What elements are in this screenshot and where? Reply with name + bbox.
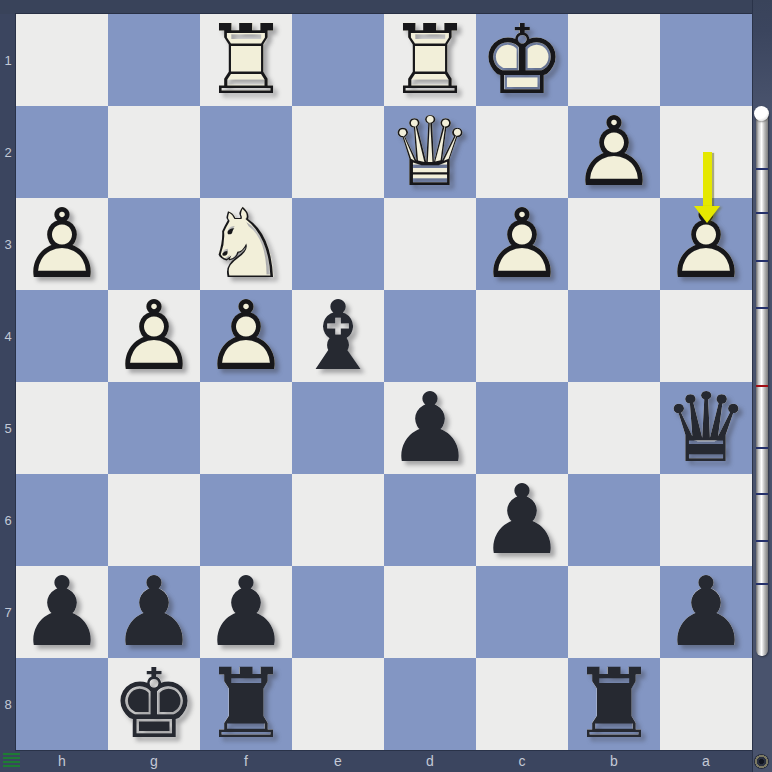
square-d1[interactable]: ♜♖ [384,14,476,106]
square-d3[interactable] [384,198,476,290]
square-e3[interactable] [292,198,384,290]
piece-white-queen[interactable]: ♛♕ [384,106,476,198]
piece-white-pawn[interactable]: ♟♙ [200,290,292,382]
square-a6[interactable] [660,474,752,566]
square-c5[interactable] [476,382,568,474]
white-piece-outline: ♕ [384,106,476,198]
black-piece-body: ♜ [200,658,292,750]
file-label-h: h [16,750,108,772]
file-label-e: e [292,750,384,772]
square-b4[interactable] [568,290,660,382]
rank-label-4: 4 [0,290,16,382]
square-e5[interactable] [292,382,384,474]
square-b8[interactable]: ♖♜ [568,658,660,750]
last-move-arrow-head [694,206,720,223]
square-f8[interactable]: ♖♜ [200,658,292,750]
square-c2[interactable] [476,106,568,198]
rank-label-5: 5 [0,382,16,474]
piece-white-pawn[interactable]: ♟♙ [16,198,108,290]
square-f4[interactable]: ♟♙ [200,290,292,382]
black-piece-body: ♚ [108,658,200,750]
square-d5[interactable]: ♙♟ [384,382,476,474]
piece-black-pawn[interactable]: ♙♟ [200,566,292,658]
square-a1[interactable] [660,14,752,106]
square-b7[interactable] [568,566,660,658]
piece-black-pawn[interactable]: ♙♟ [16,566,108,658]
square-g4[interactable]: ♟♙ [108,290,200,382]
file-label-f: f [200,750,292,772]
white-piece-outline: ♙ [108,290,200,382]
record-dot-icon[interactable] [754,754,769,769]
square-g8[interactable]: ♔♚ [108,658,200,750]
file-label-d: d [384,750,476,772]
rank-label-2: 2 [0,106,16,198]
menu-icon[interactable] [3,753,20,767]
chess-gui-window: ♜♖♜♖♚♔♛♕♟♙♟♙♞♘♟♙♟♙♟♙♟♙♗♝♙♟♕♛♙♟♙♟♙♟♙♟♙♟♔♚… [0,0,772,772]
white-piece-outline: ♙ [476,198,568,290]
square-g6[interactable] [108,474,200,566]
square-f1[interactable]: ♜♖ [200,14,292,106]
piece-black-king[interactable]: ♔♚ [108,658,200,750]
piece-white-pawn[interactable]: ♟♙ [476,198,568,290]
square-e7[interactable] [292,566,384,658]
white-piece-outline: ♖ [384,14,476,106]
piece-white-rook[interactable]: ♜♖ [200,14,292,106]
square-h2[interactable] [16,106,108,198]
eval-tick [756,307,768,309]
square-d2[interactable]: ♛♕ [384,106,476,198]
piece-black-pawn[interactable]: ♙♟ [384,382,476,474]
rank-label-1: 1 [0,14,16,106]
piece-black-pawn[interactable]: ♙♟ [476,474,568,566]
rank-coordinates: 12345678 [0,14,16,750]
rank-label-8: 8 [0,658,16,750]
square-g5[interactable] [108,382,200,474]
eval-tick [756,168,768,170]
piece-white-king[interactable]: ♚♔ [476,14,568,106]
square-h4[interactable] [16,290,108,382]
black-piece-body: ♛ [660,382,752,474]
square-g7[interactable]: ♙♟ [108,566,200,658]
square-c1[interactable]: ♚♔ [476,14,568,106]
square-h8[interactable] [16,658,108,750]
square-g3[interactable] [108,198,200,290]
white-piece-outline: ♙ [16,198,108,290]
piece-white-rook[interactable]: ♜♖ [384,14,476,106]
piece-black-pawn[interactable]: ♙♟ [660,566,752,658]
piece-white-pawn[interactable]: ♟♙ [568,106,660,198]
chess-board[interactable]: ♜♖♜♖♚♔♛♕♟♙♟♙♞♘♟♙♟♙♟♙♟♙♗♝♙♟♕♛♙♟♙♟♙♟♙♟♙♟♔♚… [16,14,752,750]
square-h1[interactable] [16,14,108,106]
square-h6[interactable] [16,474,108,566]
piece-white-knight[interactable]: ♞♘ [200,198,292,290]
white-piece-outline: ♙ [568,106,660,198]
piece-black-rook[interactable]: ♖♜ [200,658,292,750]
square-c3[interactable]: ♟♙ [476,198,568,290]
file-label-c: c [476,750,568,772]
piece-black-bishop[interactable]: ♗♝ [292,290,384,382]
eval-slider[interactable] [756,107,768,656]
piece-white-pawn[interactable]: ♟♙ [108,290,200,382]
square-f5[interactable] [200,382,292,474]
square-h3[interactable]: ♟♙ [16,198,108,290]
square-c7[interactable] [476,566,568,658]
square-g2[interactable] [108,106,200,198]
square-d4[interactable] [384,290,476,382]
eval-tick [756,447,768,449]
black-piece-body: ♟ [384,382,476,474]
eval-tick [756,212,768,214]
square-e4[interactable]: ♗♝ [292,290,384,382]
black-piece-body: ♜ [568,658,660,750]
black-piece-body: ♟ [660,566,752,658]
white-piece-outline: ♙ [200,290,292,382]
eval-tick [756,493,768,495]
square-e8[interactable] [292,658,384,750]
piece-black-queen[interactable]: ♕♛ [660,382,752,474]
piece-black-rook[interactable]: ♖♜ [568,658,660,750]
black-piece-body: ♟ [476,474,568,566]
rank-label-7: 7 [0,566,16,658]
eval-tick [756,540,768,542]
white-piece-outline: ♘ [200,198,292,290]
square-f6[interactable] [200,474,292,566]
square-e2[interactable] [292,106,384,198]
square-e6[interactable] [292,474,384,566]
black-piece-body: ♝ [292,290,384,382]
eval-center-tick [756,385,768,387]
square-h7[interactable]: ♙♟ [16,566,108,658]
square-f2[interactable] [200,106,292,198]
square-d7[interactable] [384,566,476,658]
square-a8[interactable] [660,658,752,750]
square-d6[interactable] [384,474,476,566]
square-b6[interactable] [568,474,660,566]
last-move-arrow [703,152,712,207]
rank-label-6: 6 [0,474,16,566]
square-c8[interactable] [476,658,568,750]
board-top-margin [0,0,772,14]
file-label-b: b [568,750,660,772]
square-a5[interactable]: ♕♛ [660,382,752,474]
square-b5[interactable] [568,382,660,474]
eval-slider-knob[interactable] [754,106,769,121]
square-f3[interactable]: ♞♘ [200,198,292,290]
eval-tick [756,583,768,585]
square-c6[interactable]: ♙♟ [476,474,568,566]
black-piece-body: ♟ [16,566,108,658]
file-label-g: g [108,750,200,772]
rank-label-3: 3 [0,198,16,290]
square-d8[interactable] [384,658,476,750]
eval-tick [756,260,768,262]
square-e1[interactable] [292,14,384,106]
square-b2[interactable]: ♟♙ [568,106,660,198]
square-c4[interactable] [476,290,568,382]
white-piece-outline: ♔ [476,14,568,106]
square-a7[interactable]: ♙♟ [660,566,752,658]
black-piece-body: ♟ [108,566,200,658]
square-b3[interactable] [568,198,660,290]
square-a4[interactable] [660,290,752,382]
black-piece-body: ♟ [200,566,292,658]
piece-black-pawn[interactable]: ♙♟ [108,566,200,658]
file-label-a: a [660,750,752,772]
square-h5[interactable] [16,382,108,474]
square-g1[interactable] [108,14,200,106]
file-coordinates: hgfedcba [16,750,752,772]
square-b1[interactable] [568,14,660,106]
white-piece-outline: ♖ [200,14,292,106]
square-f7[interactable]: ♙♟ [200,566,292,658]
